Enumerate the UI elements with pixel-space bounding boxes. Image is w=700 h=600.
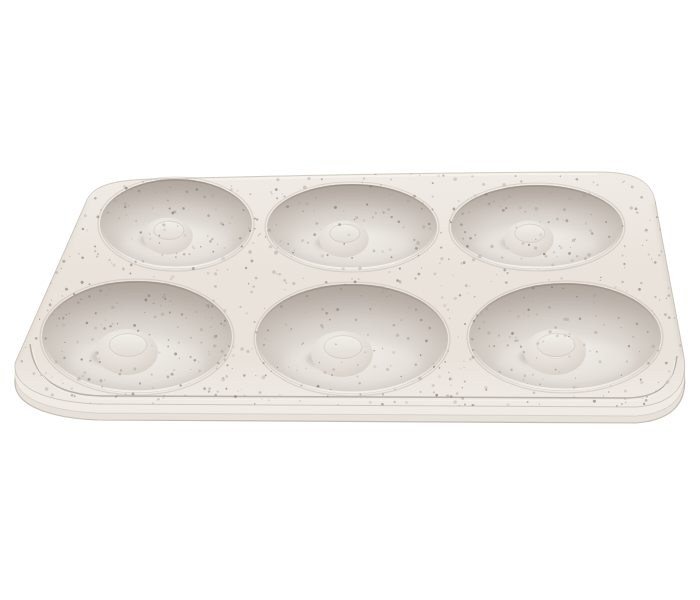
product-photo: [0, 0, 700, 600]
cavity-group: [40, 177, 663, 396]
donut-pan-illustration: [0, 0, 700, 600]
